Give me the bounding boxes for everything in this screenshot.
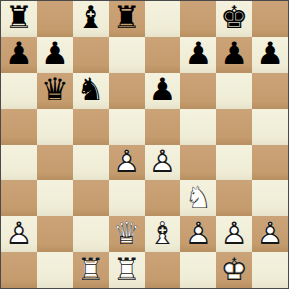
square-d8[interactable]: ♜: [109, 1, 145, 37]
square-a6[interactable]: [1, 73, 37, 109]
square-f2[interactable]: ♟♙: [180, 216, 216, 252]
white-rook-glyph: ♖: [73, 252, 109, 288]
square-e6[interactable]: ♟: [145, 73, 181, 109]
square-h5[interactable]: [252, 109, 288, 145]
square-d1[interactable]: ♜♖: [109, 252, 145, 288]
square-g2[interactable]: ♟♙: [216, 216, 252, 252]
square-f4[interactable]: [180, 145, 216, 181]
black-bishop-glyph: ♝: [73, 1, 109, 37]
white-knight-glyph: ♘: [180, 180, 216, 216]
square-a1[interactable]: [1, 252, 37, 288]
square-h4[interactable]: [252, 145, 288, 181]
square-b1[interactable]: [37, 252, 73, 288]
square-h2[interactable]: ♟♙: [252, 216, 288, 252]
square-e4[interactable]: ♟♙: [145, 145, 181, 181]
black-pawn-glyph: ♟: [216, 37, 252, 73]
square-c7[interactable]: [73, 37, 109, 73]
black-queen-glyph: ♛: [37, 73, 73, 109]
white-pawn-glyph: ♙: [109, 145, 145, 181]
white-bishop[interactable]: ♝♗: [145, 216, 181, 252]
white-pawn-glyph: ♙: [180, 216, 216, 252]
square-c8[interactable]: ♝: [73, 1, 109, 37]
black-rook[interactable]: ♜: [1, 1, 37, 37]
square-e1[interactable]: [145, 252, 181, 288]
square-e8[interactable]: [145, 1, 181, 37]
black-pawn-glyph: ♟: [1, 37, 37, 73]
black-pawn[interactable]: ♟: [216, 37, 252, 73]
square-f7[interactable]: ♟: [180, 37, 216, 73]
square-e5[interactable]: [145, 109, 181, 145]
square-c5[interactable]: [73, 109, 109, 145]
black-pawn-glyph: ♟: [37, 37, 73, 73]
square-h1[interactable]: [252, 252, 288, 288]
black-king-glyph: ♚: [216, 1, 252, 37]
black-knight[interactable]: ♞: [73, 73, 109, 109]
square-g6[interactable]: [216, 73, 252, 109]
white-pawn[interactable]: ♟♙: [216, 216, 252, 252]
white-king[interactable]: ♚♔: [216, 252, 252, 288]
square-e7[interactable]: [145, 37, 181, 73]
black-pawn[interactable]: ♟: [37, 37, 73, 73]
black-bishop[interactable]: ♝: [73, 1, 109, 37]
square-h6[interactable]: [252, 73, 288, 109]
square-f3[interactable]: ♞♘: [180, 180, 216, 216]
square-f5[interactable]: [180, 109, 216, 145]
white-queen-glyph: ♕: [109, 216, 145, 252]
square-a4[interactable]: [1, 145, 37, 181]
square-d5[interactable]: [109, 109, 145, 145]
square-d6[interactable]: [109, 73, 145, 109]
square-c2[interactable]: [73, 216, 109, 252]
black-pawn[interactable]: ♟: [180, 37, 216, 73]
square-f8[interactable]: [180, 1, 216, 37]
square-f6[interactable]: [180, 73, 216, 109]
white-pawn[interactable]: ♟♙: [252, 216, 288, 252]
white-rook[interactable]: ♜♖: [73, 252, 109, 288]
square-e3[interactable]: [145, 180, 181, 216]
white-king-glyph: ♔: [216, 252, 252, 288]
chess-board-container: ♜♝♜♚♟♟♟♟♟♛♞♟♟♙♟♙♞♘♟♙♛♕♝♗♟♙♟♙♟♙♜♖♜♖♚♔: [0, 0, 289, 289]
white-pawn[interactable]: ♟♙: [145, 145, 181, 181]
white-queen[interactable]: ♛♕: [109, 216, 145, 252]
black-queen[interactable]: ♛: [37, 73, 73, 109]
square-g5[interactable]: [216, 109, 252, 145]
black-king[interactable]: ♚: [216, 1, 252, 37]
square-c1[interactable]: ♜♖: [73, 252, 109, 288]
square-g8[interactable]: ♚: [216, 1, 252, 37]
square-c4[interactable]: [73, 145, 109, 181]
square-b4[interactable]: [37, 145, 73, 181]
square-d3[interactable]: [109, 180, 145, 216]
black-knight-glyph: ♞: [73, 73, 109, 109]
square-b7[interactable]: ♟: [37, 37, 73, 73]
white-rook[interactable]: ♜♖: [109, 252, 145, 288]
white-pawn-glyph: ♙: [145, 145, 181, 181]
black-rook[interactable]: ♜: [109, 1, 145, 37]
black-pawn[interactable]: ♟: [252, 37, 288, 73]
white-knight[interactable]: ♞♘: [180, 180, 216, 216]
white-pawn[interactable]: ♟♙: [109, 145, 145, 181]
square-a2[interactable]: ♟♙: [1, 216, 37, 252]
square-a5[interactable]: [1, 109, 37, 145]
white-bishop-glyph: ♗: [145, 216, 181, 252]
white-pawn-glyph: ♙: [1, 216, 37, 252]
black-pawn[interactable]: ♟: [145, 73, 181, 109]
chess-board: ♜♝♜♚♟♟♟♟♟♛♞♟♟♙♟♙♞♘♟♙♛♕♝♗♟♙♟♙♟♙♜♖♜♖♚♔: [0, 0, 289, 289]
square-c3[interactable]: [73, 180, 109, 216]
square-f1[interactable]: [180, 252, 216, 288]
black-pawn-glyph: ♟: [180, 37, 216, 73]
square-d2[interactable]: ♛♕: [109, 216, 145, 252]
square-h8[interactable]: [252, 1, 288, 37]
square-b5[interactable]: [37, 109, 73, 145]
square-b6[interactable]: ♛: [37, 73, 73, 109]
black-rook-glyph: ♜: [109, 1, 145, 37]
square-b3[interactable]: [37, 180, 73, 216]
square-a3[interactable]: [1, 180, 37, 216]
square-g7[interactable]: ♟: [216, 37, 252, 73]
black-rook-glyph: ♜: [1, 1, 37, 37]
square-a7[interactable]: ♟: [1, 37, 37, 73]
square-h3[interactable]: [252, 180, 288, 216]
white-rook-glyph: ♖: [109, 252, 145, 288]
white-pawn[interactable]: ♟♙: [180, 216, 216, 252]
square-b2[interactable]: [37, 216, 73, 252]
white-pawn-glyph: ♙: [216, 216, 252, 252]
square-d4[interactable]: ♟♙: [109, 145, 145, 181]
square-g3[interactable]: [216, 180, 252, 216]
square-d7[interactable]: [109, 37, 145, 73]
square-e2[interactable]: ♝♗: [145, 216, 181, 252]
square-c6[interactable]: ♞: [73, 73, 109, 109]
square-b8[interactable]: [37, 1, 73, 37]
white-pawn-glyph: ♙: [252, 216, 288, 252]
square-h7[interactable]: ♟: [252, 37, 288, 73]
black-pawn[interactable]: ♟: [1, 37, 37, 73]
square-g4[interactable]: [216, 145, 252, 181]
white-pawn[interactable]: ♟♙: [1, 216, 37, 252]
square-a8[interactable]: ♜: [1, 1, 37, 37]
black-pawn-glyph: ♟: [252, 37, 288, 73]
black-pawn-glyph: ♟: [145, 73, 181, 109]
square-g1[interactable]: ♚♔: [216, 252, 252, 288]
